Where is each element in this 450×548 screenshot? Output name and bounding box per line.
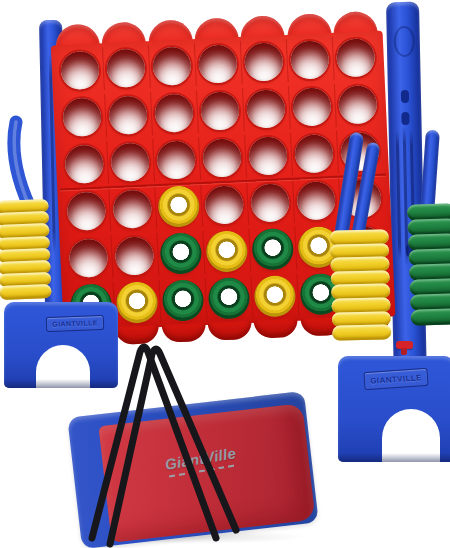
empty-hole bbox=[294, 134, 334, 174]
board-cell bbox=[334, 80, 382, 129]
board-cell bbox=[150, 88, 198, 137]
leg-right: GIANTVILLE bbox=[338, 356, 450, 462]
empty-hole bbox=[248, 136, 288, 176]
leg-arch-right bbox=[382, 409, 440, 463]
board-cell bbox=[113, 278, 161, 327]
ring-yellow bbox=[0, 284, 52, 299]
empty-hole bbox=[246, 89, 286, 129]
disc-yellow bbox=[157, 185, 200, 228]
board-cell bbox=[244, 131, 292, 180]
scallop-bump-bottom bbox=[254, 319, 299, 339]
empty-hole bbox=[106, 48, 146, 88]
empty-hole bbox=[60, 50, 100, 90]
empty-hole bbox=[336, 38, 376, 78]
board-cell bbox=[148, 41, 196, 90]
board-cell bbox=[64, 233, 112, 282]
empty-hole bbox=[152, 46, 192, 86]
board-cell bbox=[286, 35, 334, 84]
board-cell bbox=[106, 137, 154, 186]
ring-stack-right-yellow bbox=[330, 230, 392, 340]
board-cell bbox=[158, 276, 206, 325]
board-cell bbox=[154, 182, 202, 231]
board-cell bbox=[108, 184, 156, 233]
empty-hole bbox=[110, 142, 150, 182]
board-cell bbox=[102, 43, 150, 92]
board-cell bbox=[56, 45, 104, 94]
empty-hole bbox=[202, 138, 242, 178]
disc-green bbox=[161, 279, 204, 322]
empty-hole bbox=[108, 95, 148, 135]
bag-straps bbox=[58, 338, 350, 548]
leg-badge-right: GIANTVILLE bbox=[363, 368, 428, 390]
empty-hole bbox=[338, 84, 378, 124]
empty-hole bbox=[244, 42, 284, 82]
frame-slot bbox=[401, 90, 409, 103]
board-cell bbox=[110, 231, 158, 280]
empty-hole bbox=[67, 191, 107, 231]
board-cell bbox=[200, 180, 248, 229]
board-cell bbox=[196, 86, 244, 135]
frame-slot bbox=[401, 112, 409, 125]
disc-green bbox=[251, 228, 294, 271]
board-cell bbox=[202, 227, 250, 276]
empty-hole bbox=[69, 238, 109, 278]
empty-hole bbox=[292, 87, 332, 127]
blue-stick-far-right bbox=[420, 130, 440, 215]
board-cell bbox=[204, 274, 252, 323]
disc-yellow bbox=[253, 275, 296, 318]
board-cell bbox=[156, 229, 204, 278]
ring-stack-left-yellow bbox=[0, 200, 52, 299]
empty-hole bbox=[290, 40, 330, 80]
board-cell bbox=[290, 129, 338, 178]
empty-hole bbox=[115, 236, 155, 276]
empty-hole bbox=[62, 97, 102, 137]
carry-bag: GiantVille bbox=[58, 338, 350, 548]
board-cell bbox=[194, 39, 242, 88]
board-cell bbox=[58, 92, 106, 141]
board-cell bbox=[250, 272, 298, 321]
empty-hole bbox=[200, 91, 240, 131]
board-cell bbox=[198, 133, 246, 182]
leg-badge-left: GIANTVILLE bbox=[46, 315, 104, 332]
board-cell bbox=[288, 82, 336, 131]
empty-hole bbox=[156, 140, 196, 180]
empty-hole bbox=[154, 93, 194, 133]
board-cell bbox=[240, 37, 288, 86]
board-cell bbox=[246, 178, 294, 227]
empty-hole bbox=[296, 180, 336, 220]
product-photo-giant-connect-four: GIANTVILLE GIANTVILLE GiantVille bbox=[0, 0, 450, 548]
empty-hole bbox=[204, 185, 244, 225]
ring-green bbox=[411, 308, 450, 326]
board-cell bbox=[152, 135, 200, 184]
empty-hole bbox=[250, 183, 290, 223]
board-cell bbox=[248, 225, 296, 274]
disc-green bbox=[159, 232, 202, 275]
board-cell bbox=[62, 186, 110, 235]
empty-hole bbox=[198, 44, 238, 84]
board-cell bbox=[242, 84, 290, 133]
empty-hole bbox=[112, 189, 152, 229]
frame-groove bbox=[396, 130, 402, 260]
board-cell bbox=[332, 33, 380, 82]
leg-badge-right-text: GIANTVILLE bbox=[370, 373, 422, 386]
frame-oval-emboss bbox=[394, 26, 416, 57]
leg-badge-left-text: GIANTVILLE bbox=[52, 319, 98, 328]
disc-yellow bbox=[115, 281, 158, 324]
ring-stack-right-green bbox=[407, 204, 450, 326]
board-cell bbox=[60, 139, 108, 188]
board-cell bbox=[292, 176, 340, 225]
disc-green bbox=[207, 277, 250, 320]
empty-hole bbox=[64, 144, 104, 184]
board-cell bbox=[104, 90, 152, 139]
red-knob bbox=[396, 341, 413, 349]
disc-yellow bbox=[205, 230, 248, 273]
